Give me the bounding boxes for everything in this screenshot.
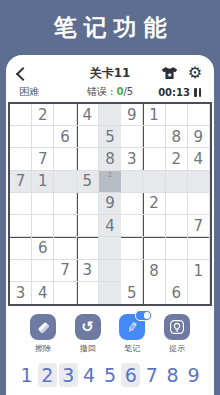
hint-button[interactable]: 提示: [160, 314, 194, 354]
sudoku-cell[interactable]: 4: [32, 282, 54, 304]
settings-button[interactable]: ⚙: [188, 65, 202, 81]
numpad-key-2[interactable]: 2: [38, 363, 57, 387]
sudoku-cell[interactable]: 9: [99, 193, 121, 215]
back-button[interactable]: [18, 64, 28, 83]
sudoku-cell[interactable]: [166, 193, 188, 215]
sudoku-cell[interactable]: 5: [99, 126, 121, 148]
sudoku-cell[interactable]: 9: [121, 104, 143, 126]
sudoku-cell[interactable]: 8: [143, 260, 165, 282]
sudoku-cell[interactable]: [143, 148, 165, 170]
sudoku-cell[interactable]: 3: [121, 148, 143, 170]
sudoku-cell[interactable]: [77, 126, 99, 148]
difficulty-label: 困难: [19, 85, 39, 99]
sudoku-cell[interactable]: 6: [54, 126, 76, 148]
sudoku-cell[interactable]: 2: [99, 171, 121, 193]
sudoku-cell[interactable]: 7: [10, 171, 32, 193]
erase-button[interactable]: 擦除: [26, 314, 60, 354]
sudoku-cell[interactable]: [54, 104, 76, 126]
sudoku-cell[interactable]: 2: [166, 148, 188, 170]
sudoku-cell[interactable]: 9: [188, 126, 210, 148]
sudoku-cell[interactable]: 1: [32, 171, 54, 193]
level-title: 关卡11: [90, 65, 131, 82]
header-bar: 关卡11 ★ ⚙: [6, 64, 214, 82]
timer-value: 00:13: [158, 87, 190, 98]
sudoku-cell[interactable]: [99, 104, 121, 126]
sudoku-cell[interactable]: [188, 282, 210, 304]
notes-label: 笔记: [124, 343, 140, 354]
toolbar: 擦除 ↺ 撤回 ✎ 笔记 提示: [6, 314, 214, 354]
sudoku-cell[interactable]: 5: [121, 282, 143, 304]
notes-button[interactable]: ✎ 笔记: [115, 314, 149, 354]
erase-label: 擦除: [35, 343, 51, 354]
notes-toggle[interactable]: [135, 310, 152, 321]
sudoku-cell[interactable]: [143, 171, 165, 193]
sudoku-cell[interactable]: 3: [77, 260, 99, 282]
sudoku-cell[interactable]: 8: [99, 148, 121, 170]
banner-title: 笔记功能: [47, 12, 174, 43]
gear-icon: ⚙: [188, 63, 202, 82]
sudoku-cell[interactable]: 2: [32, 104, 54, 126]
error-label: 错误 :: [87, 86, 114, 97]
sudoku-cell[interactable]: 6: [166, 282, 188, 304]
sudoku-cell[interactable]: 7: [188, 215, 210, 237]
error-counter: 错误 : 0/5: [87, 85, 133, 99]
sudoku-cell[interactable]: [77, 282, 99, 304]
stats-bar: 困难 错误 : 0/5 00:13: [6, 86, 214, 98]
numpad-key-9[interactable]: 9: [184, 363, 203, 387]
toggle-knob: [144, 312, 151, 319]
sudoku-cell[interactable]: [54, 193, 76, 215]
sudoku-cell[interactable]: [32, 215, 54, 237]
sudoku-cell[interactable]: [10, 237, 32, 259]
sudoku-cell[interactable]: [77, 193, 99, 215]
sudoku-cell[interactable]: [10, 215, 32, 237]
sudoku-cell[interactable]: [54, 282, 76, 304]
sudoku-cell[interactable]: [10, 148, 32, 170]
sudoku-cell[interactable]: [77, 148, 99, 170]
sudoku-cell[interactable]: [166, 171, 188, 193]
numpad-key-1[interactable]: 1: [17, 363, 36, 387]
sudoku-cell[interactable]: 6: [32, 237, 54, 259]
sudoku-cell[interactable]: [10, 126, 32, 148]
sudoku-cell[interactable]: [54, 148, 76, 170]
undo-label: 撤回: [80, 343, 96, 354]
sudoku-cell[interactable]: [143, 126, 165, 148]
pencil-note: 2: [108, 171, 112, 179]
sudoku-cell[interactable]: [10, 104, 32, 126]
error-value: 0: [117, 86, 124, 97]
sudoku-cell[interactable]: [10, 193, 32, 215]
svg-text:★: ★: [166, 71, 172, 79]
pause-bars-icon: [194, 88, 197, 97]
numpad-key-3[interactable]: 3: [59, 363, 78, 387]
sudoku-cell[interactable]: [188, 193, 210, 215]
sudoku-cell[interactable]: [77, 237, 99, 259]
sudoku-cell[interactable]: [99, 282, 121, 304]
sudoku-cell[interactable]: [54, 215, 76, 237]
sudoku-cell[interactable]: [32, 193, 54, 215]
sudoku-cell[interactable]: [10, 260, 32, 282]
pause-button[interactable]: [194, 88, 201, 97]
sudoku-cell[interactable]: 2: [143, 193, 165, 215]
sudoku-cell[interactable]: [143, 282, 165, 304]
hint-label: 提示: [169, 343, 185, 354]
sudoku-cell[interactable]: [121, 126, 143, 148]
numpad-key-6[interactable]: 6: [121, 363, 140, 387]
sudoku-cell[interactable]: [188, 171, 210, 193]
sudoku-cell[interactable]: [121, 193, 143, 215]
sudoku-cell[interactable]: 8: [166, 126, 188, 148]
sudoku-cell[interactable]: 1: [143, 104, 165, 126]
sudoku-cell[interactable]: [166, 237, 188, 259]
sudoku-cell[interactable]: 7: [32, 148, 54, 170]
pause-bars-icon: [199, 88, 202, 97]
sudoku-board: 249165897832471529247673813456: [8, 102, 212, 306]
sudoku-cell[interactable]: [188, 237, 210, 259]
sudoku-cell[interactable]: 4: [188, 148, 210, 170]
numpad-key-7[interactable]: 7: [142, 363, 161, 387]
sudoku-cell[interactable]: [166, 260, 188, 282]
sudoku-cell[interactable]: [166, 215, 188, 237]
back-chevron-icon: [16, 66, 30, 80]
sudoku-cell[interactable]: 3: [10, 282, 32, 304]
sudoku-cell[interactable]: [54, 237, 76, 259]
sudoku-cell[interactable]: 4: [99, 215, 121, 237]
sudoku-cell[interactable]: [54, 171, 76, 193]
sudoku-cell[interactable]: 1: [188, 260, 210, 282]
sudoku-cell[interactable]: [121, 171, 143, 193]
tshirt-star-icon: ★: [161, 66, 178, 80]
pen-icon: ✎: [126, 320, 139, 335]
sudoku-cell[interactable]: [32, 260, 54, 282]
numpad: 123456789: [6, 363, 214, 387]
game-card: 关卡11 ★ ⚙ 困难 错误 : 0/5 00:13 2491658978324…: [6, 55, 214, 395]
undo-icon: ↺: [81, 320, 94, 335]
sudoku-cell[interactable]: [77, 215, 99, 237]
numpad-key-4[interactable]: 4: [80, 363, 99, 387]
sudoku-cell[interactable]: [121, 260, 143, 282]
sudoku-cell[interactable]: [121, 215, 143, 237]
sudoku-cell[interactable]: [166, 104, 188, 126]
bulb-icon: [169, 319, 185, 335]
sudoku-cell[interactable]: [32, 126, 54, 148]
sudoku-cell[interactable]: 7: [54, 260, 76, 282]
sudoku-cell[interactable]: [99, 237, 121, 259]
eraser-icon: [36, 320, 51, 335]
top-banner: 笔记功能: [0, 0, 220, 55]
sudoku-cell[interactable]: [143, 215, 165, 237]
numpad-key-5[interactable]: 5: [101, 363, 120, 387]
numpad-key-8[interactable]: 8: [163, 363, 182, 387]
sudoku-cell[interactable]: [121, 237, 143, 259]
theme-button[interactable]: ★: [161, 66, 178, 80]
sudoku-cell[interactable]: 5: [77, 171, 99, 193]
sudoku-cell[interactable]: [99, 260, 121, 282]
sudoku-cell[interactable]: [188, 104, 210, 126]
error-total: /5: [123, 86, 133, 97]
sudoku-cell[interactable]: [143, 237, 165, 259]
sudoku-cell[interactable]: 4: [77, 104, 99, 126]
undo-button[interactable]: ↺ 撤回: [71, 314, 105, 354]
